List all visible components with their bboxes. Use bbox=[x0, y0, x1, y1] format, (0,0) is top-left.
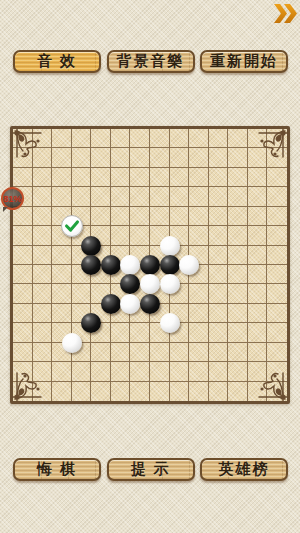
progress-badge: 81% bbox=[1, 187, 24, 210]
stones-layer bbox=[13, 129, 287, 401]
black-stone bbox=[81, 255, 101, 275]
white-stone bbox=[160, 274, 180, 294]
progress-badge-value: 81% bbox=[3, 194, 21, 204]
double-chevron-icon[interactable] bbox=[274, 4, 298, 23]
hint-button[interactable]: 提 示 bbox=[107, 458, 195, 481]
sound-effects-button[interactable]: 音 效 bbox=[13, 50, 101, 73]
background-music-button[interactable]: 背景音樂 bbox=[107, 50, 195, 73]
black-stone bbox=[81, 236, 101, 256]
white-stone bbox=[160, 236, 180, 256]
leaderboard-button[interactable]: 英雄榜 bbox=[200, 458, 288, 481]
black-stone bbox=[81, 313, 101, 333]
white-stone bbox=[140, 274, 160, 294]
white-stone bbox=[179, 255, 199, 275]
white-stone bbox=[62, 333, 82, 353]
gomoku-board[interactable] bbox=[10, 126, 290, 404]
white-stone bbox=[120, 255, 140, 275]
black-stone bbox=[160, 255, 180, 275]
black-stone bbox=[101, 255, 121, 275]
black-stone bbox=[140, 255, 160, 275]
undo-move-button[interactable]: 悔 棋 bbox=[13, 458, 101, 481]
black-stone bbox=[140, 294, 160, 314]
black-stone bbox=[120, 274, 140, 294]
restart-button[interactable]: 重新開始 bbox=[200, 50, 288, 73]
white-stone bbox=[160, 313, 180, 333]
bottom-toolbar: 悔 棋 提 示 英雄榜 bbox=[13, 458, 288, 481]
black-stone bbox=[101, 294, 121, 314]
hint-check-marker[interactable] bbox=[61, 215, 83, 237]
game-screen: 音 效 背景音樂 重新開始 bbox=[0, 0, 300, 533]
top-toolbar: 音 效 背景音樂 重新開始 bbox=[13, 50, 288, 73]
white-stone bbox=[120, 294, 140, 314]
